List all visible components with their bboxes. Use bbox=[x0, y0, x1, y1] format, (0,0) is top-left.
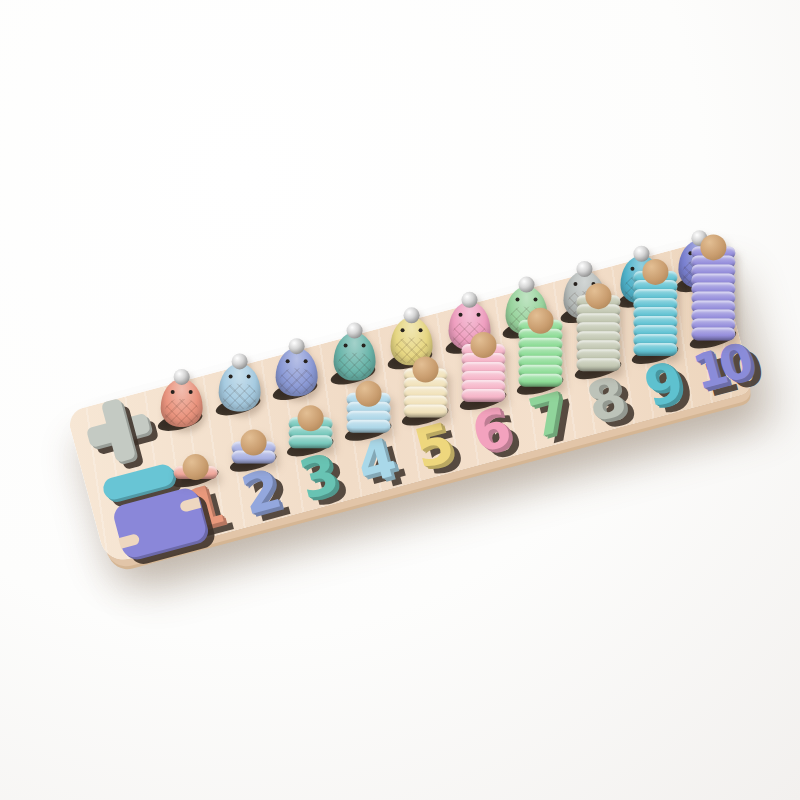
wood-ball-icon bbox=[355, 381, 381, 407]
ring-stack-1[interactable] bbox=[174, 466, 218, 479]
number-piece-4[interactable]: 4 bbox=[352, 431, 400, 492]
number-piece-3[interactable]: 3 bbox=[294, 447, 342, 508]
fish-piece-4[interactable] bbox=[333, 323, 375, 381]
ring-stack-9[interactable] bbox=[633, 271, 677, 356]
wood-ball-icon bbox=[298, 405, 324, 431]
wood-ball-icon bbox=[585, 283, 611, 309]
ring bbox=[691, 328, 735, 341]
wood-ball-icon bbox=[527, 308, 553, 334]
ring-stack-3[interactable] bbox=[289, 417, 333, 448]
magnet-ball-icon bbox=[174, 369, 190, 385]
fish-piece-3[interactable] bbox=[276, 338, 318, 396]
wood-ball-icon bbox=[183, 454, 209, 480]
number-piece-8[interactable]: 8 bbox=[582, 370, 630, 431]
ring bbox=[576, 358, 620, 371]
ring-stack-7[interactable] bbox=[518, 320, 562, 387]
number-piece-9[interactable]: 9 bbox=[639, 354, 687, 415]
wood-ball-icon bbox=[700, 235, 726, 261]
fish-body bbox=[218, 364, 260, 412]
wood-ball-icon bbox=[642, 259, 668, 285]
fish-eye bbox=[401, 328, 405, 332]
wood-ball-icon bbox=[413, 357, 439, 383]
number-piece-6[interactable]: 6 bbox=[467, 400, 515, 461]
ring-stack-2[interactable] bbox=[231, 442, 275, 464]
fish-eye bbox=[286, 359, 290, 363]
fish-eye bbox=[458, 313, 462, 317]
equals-symbol-piece[interactable] bbox=[111, 486, 208, 560]
ring-stack-8[interactable] bbox=[576, 295, 620, 371]
magnet-ball-icon bbox=[633, 246, 649, 262]
fish-piece-1[interactable] bbox=[161, 369, 203, 427]
wood-ball-icon bbox=[470, 332, 496, 358]
fish-eye bbox=[228, 375, 232, 379]
fish-eye bbox=[573, 282, 577, 286]
ring bbox=[461, 389, 505, 402]
fish-eye bbox=[343, 344, 347, 348]
ring-stack-4[interactable] bbox=[346, 393, 390, 433]
fish-eye bbox=[171, 390, 175, 394]
fish-body bbox=[333, 333, 375, 381]
ring-stack-6[interactable] bbox=[461, 344, 505, 402]
fish-scales-texture bbox=[165, 399, 199, 425]
fish-eye bbox=[304, 359, 308, 363]
magnet-ball-icon bbox=[231, 354, 247, 370]
fish-eye bbox=[534, 298, 538, 302]
magnet-ball-icon bbox=[461, 292, 477, 308]
fish-eye bbox=[516, 298, 520, 302]
number-piece-10[interactable]: 10 bbox=[688, 337, 751, 397]
ring-stack-10[interactable] bbox=[691, 247, 735, 341]
fish-scales-texture bbox=[280, 368, 314, 394]
ring bbox=[633, 343, 677, 356]
magnet-ball-icon bbox=[576, 261, 592, 277]
fish-scales-texture bbox=[337, 353, 371, 379]
fish-eye bbox=[189, 390, 193, 394]
fish-eye bbox=[361, 344, 365, 348]
fish-scales-texture bbox=[222, 384, 256, 410]
wood-ball-icon bbox=[240, 430, 266, 456]
fish-eye bbox=[246, 375, 250, 379]
number-piece-7[interactable]: 7 bbox=[524, 385, 572, 446]
magnet-ball-icon bbox=[404, 307, 420, 323]
ring bbox=[289, 435, 333, 448]
fish-body bbox=[161, 379, 203, 427]
scene: 12345678910 bbox=[0, 0, 800, 800]
magnet-ball-icon bbox=[289, 338, 305, 354]
ring-stack-5[interactable] bbox=[404, 369, 448, 418]
ring bbox=[346, 420, 390, 433]
fish-body bbox=[276, 348, 318, 396]
number-piece-2[interactable]: 2 bbox=[237, 462, 285, 523]
puzzle-board: 12345678910 bbox=[66, 239, 754, 565]
magnet-ball-icon bbox=[519, 277, 535, 293]
fish-eye bbox=[419, 328, 423, 332]
plus-symbol-piece[interactable] bbox=[80, 392, 156, 468]
magnet-ball-icon bbox=[346, 323, 362, 339]
number-piece-5[interactable]: 5 bbox=[409, 416, 457, 477]
fish-piece-2[interactable] bbox=[218, 354, 260, 412]
ring bbox=[518, 374, 562, 387]
ring bbox=[404, 405, 448, 418]
fish-eye bbox=[476, 313, 480, 317]
